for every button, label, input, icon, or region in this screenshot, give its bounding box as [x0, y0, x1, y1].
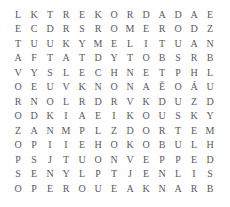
grid-cell-r5c9[interactable]: E — [138, 65, 154, 80]
grid-cell-r11c6[interactable]: O — [90, 152, 106, 167]
grid-cell-r13c9[interactable]: K — [138, 181, 154, 196]
grid-cell-r11c7[interactable]: N — [106, 152, 122, 167]
grid-cell-r7c1[interactable]: R — [10, 94, 26, 109]
grid-cell-r3c4[interactable]: K — [58, 36, 74, 51]
grid-cell-r7c5[interactable]: R — [74, 94, 90, 109]
grid-cell-r6c1[interactable]: O — [10, 80, 26, 95]
grid-cell-r7c13[interactable]: D — [202, 94, 218, 109]
grid-cell-r8c5[interactable]: A — [74, 109, 90, 124]
grid-cell-r9c11[interactable]: T — [170, 123, 186, 138]
grid-cell-r6c10[interactable]: Ě — [154, 80, 170, 95]
grid-cell-r4c5[interactable]: T — [74, 51, 90, 66]
grid-cell-r9c7[interactable]: Z — [106, 123, 122, 138]
grid-cell-r12c13[interactable]: S — [202, 167, 218, 182]
grid-cell-r13c10[interactable]: N — [154, 181, 170, 196]
grid-cell-r1c4[interactable]: R — [58, 7, 74, 22]
grid-cell-r3c7[interactable]: E — [106, 36, 122, 51]
grid-cell-r11c5[interactable]: U — [74, 152, 90, 167]
grid-cell-r3c13[interactable]: N — [202, 36, 218, 51]
grid-cell-r3c11[interactable]: U — [170, 36, 186, 51]
word-search-grid: LKTREKORDADAEECDRSROMERODZTUUKYMELITUANA… — [10, 7, 218, 196]
grid-cell-r4c13[interactable]: B — [202, 51, 218, 66]
grid-cell-r13c3[interactable]: E — [42, 181, 58, 196]
grid-cell-r5c5[interactable]: E — [74, 65, 90, 80]
grid-cell-r6c6[interactable]: N — [90, 80, 106, 95]
grid-cell-r10c12[interactable]: L — [186, 138, 202, 153]
grid-cell-r10c9[interactable]: O — [138, 138, 154, 153]
grid-cell-r4c1[interactable]: A — [10, 51, 26, 66]
grid-cell-r1c13[interactable]: E — [202, 7, 218, 22]
grid-cell-r10c8[interactable]: K — [122, 138, 138, 153]
grid-cell-r5c4[interactable]: L — [58, 65, 74, 80]
grid-cell-r12c6[interactable]: P — [90, 167, 106, 182]
grid-cell-r8c13[interactable]: Y — [202, 109, 218, 124]
grid-cell-r8c11[interactable]: S — [170, 109, 186, 124]
grid-cell-r11c2[interactable]: S — [26, 152, 42, 167]
grid-cell-r11c4[interactable]: T — [58, 152, 74, 167]
grid-cell-r6c13[interactable]: U — [202, 80, 218, 95]
grid-cell-r13c6[interactable]: U — [90, 181, 106, 196]
grid-cell-r3c1[interactable]: T — [10, 36, 26, 51]
grid-cell-r5c6[interactable]: C — [90, 65, 106, 80]
grid-cell-r4c4[interactable]: A — [58, 51, 74, 66]
grid-cell-r13c4[interactable]: R — [58, 181, 74, 196]
grid-cell-r3c12[interactable]: A — [186, 36, 202, 51]
grid-cell-r10c11[interactable]: U — [170, 138, 186, 153]
grid-cell-r8c8[interactable]: K — [122, 109, 138, 124]
grid-cell-r10c1[interactable]: O — [10, 138, 26, 153]
grid-cell-r4c9[interactable]: O — [138, 51, 154, 66]
grid-cell-r12c9[interactable]: E — [138, 167, 154, 182]
grid-cell-r10c5[interactable]: E — [74, 138, 90, 153]
grid-cell-r4c3[interactable]: T — [42, 51, 58, 66]
grid-cell-r12c2[interactable]: E — [26, 167, 42, 182]
grid-cell-r8c3[interactable]: K — [42, 109, 58, 124]
grid-cell-r7c8[interactable]: V — [122, 94, 138, 109]
grid-cell-r8c10[interactable]: U — [154, 109, 170, 124]
grid-cell-r13c11[interactable]: A — [170, 181, 186, 196]
grid-cell-r11c8[interactable]: V — [122, 152, 138, 167]
grid-cell-r8c6[interactable]: E — [90, 109, 106, 124]
grid-cell-r3c2[interactable]: U — [26, 36, 42, 51]
grid-cell-r9c4[interactable]: M — [58, 123, 74, 138]
grid-cell-r9c9[interactable]: O — [138, 123, 154, 138]
grid-cell-r3c3[interactable]: U — [42, 36, 58, 51]
grid-cell-r10c13[interactable]: H — [202, 138, 218, 153]
grid-cell-r2c10[interactable]: R — [154, 22, 170, 37]
grid-cell-r8c2[interactable]: D — [26, 109, 42, 124]
grid-cell-r7c10[interactable]: D — [154, 94, 170, 109]
grid-cell-r13c1[interactable]: O — [10, 181, 26, 196]
grid-cell-r4c12[interactable]: R — [186, 51, 202, 66]
grid-cell-r12c1[interactable]: S — [10, 167, 26, 182]
grid-cell-r9c1[interactable]: Z — [10, 123, 26, 138]
grid-cell-r5c11[interactable]: P — [170, 65, 186, 80]
grid-cell-r3c9[interactable]: I — [138, 36, 154, 51]
grid-cell-r6c5[interactable]: K — [74, 80, 90, 95]
grid-cell-r2c11[interactable]: O — [170, 22, 186, 37]
grid-cell-r2c4[interactable]: R — [58, 22, 74, 37]
grid-cell-r9c8[interactable]: D — [122, 123, 138, 138]
grid-cell-r2c2[interactable]: C — [26, 22, 42, 37]
grid-cell-r7c3[interactable]: O — [42, 94, 58, 109]
grid-cell-r9c2[interactable]: A — [26, 123, 42, 138]
grid-cell-r11c13[interactable]: D — [202, 152, 218, 167]
grid-cell-r12c11[interactable]: L — [170, 167, 186, 182]
grid-cell-r1c5[interactable]: E — [74, 7, 90, 22]
grid-cell-r10c3[interactable]: I — [42, 138, 58, 153]
grid-cell-r7c6[interactable]: D — [90, 94, 106, 109]
grid-cell-r9c3[interactable]: N — [42, 123, 58, 138]
grid-cell-r1c7[interactable]: O — [106, 7, 122, 22]
grid-cell-r1c12[interactable]: A — [186, 7, 202, 22]
grid-cell-r7c11[interactable]: U — [170, 94, 186, 109]
grid-cell-r1c9[interactable]: D — [138, 7, 154, 22]
grid-cell-r10c2[interactable]: P — [26, 138, 42, 153]
grid-cell-r11c12[interactable]: E — [186, 152, 202, 167]
grid-cell-r2c6[interactable]: R — [90, 22, 106, 37]
grid-cell-r12c12[interactable]: I — [186, 167, 202, 182]
grid-cell-r13c8[interactable]: A — [122, 181, 138, 196]
grid-cell-r7c7[interactable]: R — [106, 94, 122, 109]
grid-cell-r6c11[interactable]: O — [170, 80, 186, 95]
grid-cell-r5c12[interactable]: H — [186, 65, 202, 80]
grid-cell-r5c3[interactable]: S — [42, 65, 58, 80]
grid-cell-r3c10[interactable]: T — [154, 36, 170, 51]
grid-cell-r6c4[interactable]: V — [58, 80, 74, 95]
grid-cell-r5c13[interactable]: L — [202, 65, 218, 80]
grid-cell-r2c5[interactable]: S — [74, 22, 90, 37]
grid-cell-r8c7[interactable]: I — [106, 109, 122, 124]
grid-cell-r2c3[interactable]: D — [42, 22, 58, 37]
grid-cell-r8c4[interactable]: I — [58, 109, 74, 124]
grid-cell-r1c1[interactable]: L — [10, 7, 26, 22]
grid-cell-r13c5[interactable]: O — [74, 181, 90, 196]
grid-cell-r7c9[interactable]: K — [138, 94, 154, 109]
grid-cell-r11c11[interactable]: P — [170, 152, 186, 167]
grid-cell-r6c3[interactable]: U — [42, 80, 58, 95]
grid-cell-r2c8[interactable]: M — [122, 22, 138, 37]
grid-cell-r3c6[interactable]: M — [90, 36, 106, 51]
grid-cell-r5c10[interactable]: T — [154, 65, 170, 80]
grid-cell-r1c3[interactable]: T — [42, 7, 58, 22]
grid-cell-r1c11[interactable]: D — [170, 7, 186, 22]
grid-cell-r2c13[interactable]: Z — [202, 22, 218, 37]
grid-cell-r2c9[interactable]: E — [138, 22, 154, 37]
grid-cell-r5c1[interactable]: V — [10, 65, 26, 80]
grid-cell-r11c1[interactable]: P — [10, 152, 26, 167]
grid-cell-r10c10[interactable]: B — [154, 138, 170, 153]
grid-cell-r9c5[interactable]: P — [74, 123, 90, 138]
grid-cell-r4c11[interactable]: S — [170, 51, 186, 66]
grid-cell-r12c8[interactable]: J — [122, 167, 138, 182]
grid-cell-r1c6[interactable]: K — [90, 7, 106, 22]
grid-cell-r5c2[interactable]: Y — [26, 65, 42, 80]
grid-cell-r9c10[interactable]: R — [154, 123, 170, 138]
grid-cell-r12c3[interactable]: N — [42, 167, 58, 182]
grid-cell-r13c13[interactable]: B — [202, 181, 218, 196]
grid-cell-r10c7[interactable]: O — [106, 138, 122, 153]
grid-cell-r7c2[interactable]: N — [26, 94, 42, 109]
grid-cell-r6c7[interactable]: O — [106, 80, 122, 95]
grid-cell-r8c9[interactable]: O — [138, 109, 154, 124]
grid-cell-r7c12[interactable]: Z — [186, 94, 202, 109]
grid-cell-r4c7[interactable]: Y — [106, 51, 122, 66]
grid-cell-r13c12[interactable]: R — [186, 181, 202, 196]
grid-cell-r3c8[interactable]: L — [122, 36, 138, 51]
grid-cell-r10c4[interactable]: I — [58, 138, 74, 153]
grid-cell-r6c12[interactable]: Á — [186, 80, 202, 95]
grid-cell-r6c8[interactable]: N — [122, 80, 138, 95]
grid-cell-r13c2[interactable]: P — [26, 181, 42, 196]
grid-cell-r2c12[interactable]: D — [186, 22, 202, 37]
grid-cell-r3c5[interactable]: Y — [74, 36, 90, 51]
grid-cell-r13c7[interactable]: E — [106, 181, 122, 196]
grid-cell-r11c9[interactable]: E — [138, 152, 154, 167]
grid-cell-r12c4[interactable]: Y — [58, 167, 74, 182]
grid-cell-r2c1[interactable]: E — [10, 22, 26, 37]
grid-cell-r12c10[interactable]: N — [154, 167, 170, 182]
grid-cell-r5c7[interactable]: H — [106, 65, 122, 80]
grid-cell-r2c7[interactable]: O — [106, 22, 122, 37]
grid-cell-r6c2[interactable]: E — [26, 80, 42, 95]
grid-cell-r1c10[interactable]: A — [154, 7, 170, 22]
grid-cell-r1c2[interactable]: K — [26, 7, 42, 22]
grid-cell-r5c8[interactable]: N — [122, 65, 138, 80]
grid-cell-r7c4[interactable]: L — [58, 94, 74, 109]
grid-cell-r4c6[interactable]: D — [90, 51, 106, 66]
grid-cell-r9c6[interactable]: L — [90, 123, 106, 138]
grid-cell-r10c6[interactable]: H — [90, 138, 106, 153]
grid-cell-r9c12[interactable]: E — [186, 123, 202, 138]
grid-cell-r12c5[interactable]: L — [74, 167, 90, 182]
grid-cell-r11c10[interactable]: P — [154, 152, 170, 167]
grid-cell-r8c12[interactable]: K — [186, 109, 202, 124]
grid-cell-r11c3[interactable]: J — [42, 152, 58, 167]
grid-cell-r9c13[interactable]: M — [202, 123, 218, 138]
grid-cell-r4c8[interactable]: T — [122, 51, 138, 66]
grid-cell-r8c1[interactable]: O — [10, 109, 26, 124]
grid-cell-r6c9[interactable]: A — [138, 80, 154, 95]
grid-cell-r1c8[interactable]: R — [122, 7, 138, 22]
grid-cell-r4c10[interactable]: B — [154, 51, 170, 66]
grid-cell-r12c7[interactable]: T — [106, 167, 122, 182]
grid-cell-r4c2[interactable]: F — [26, 51, 42, 66]
